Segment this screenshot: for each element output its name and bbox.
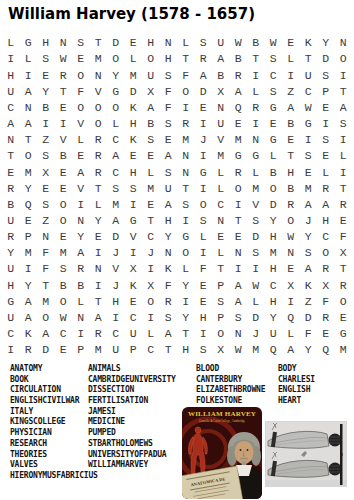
grid-cell: L xyxy=(90,196,108,212)
grid-cell: H xyxy=(160,213,178,229)
grid-cell: I xyxy=(282,293,300,309)
grid-cell: N xyxy=(247,132,265,148)
grid-cell: Q xyxy=(265,342,283,358)
grid-cell: I xyxy=(247,67,265,83)
grid-cell: T xyxy=(177,326,195,342)
grid-cell: E xyxy=(55,342,73,358)
vein-experiment-engraving xyxy=(265,421,347,487)
grid-cell: D xyxy=(300,310,318,326)
grid-cell: T xyxy=(90,35,108,51)
grid-cell: I xyxy=(335,164,353,180)
grid-cell: I xyxy=(177,100,195,116)
grid-cell: I xyxy=(55,116,73,132)
grid-cell: Q xyxy=(230,100,248,116)
grid-cell: Y xyxy=(107,67,125,83)
word-list-item: FOLKESTONE xyxy=(196,396,242,405)
word-search-grid: LGHNSTDEHNLSUWBWEKYNILSWEMOLOHTRABTSLTDO… xyxy=(2,35,352,358)
grid-cell: F xyxy=(177,67,195,83)
grid-cell: H xyxy=(317,213,335,229)
word-list-item: RESEARCH xyxy=(10,439,47,448)
grid-cell: O xyxy=(335,293,353,309)
word-list-item: KINGSCOLLEGE xyxy=(10,417,65,426)
grid-cell: O xyxy=(55,293,73,309)
grid-cell: D xyxy=(317,51,335,67)
grid-cell: K xyxy=(160,261,178,277)
grid-cell: E xyxy=(282,35,300,51)
grid-cell: H xyxy=(125,116,143,132)
grid-cell: O xyxy=(90,116,108,132)
grid-cell: S xyxy=(160,116,178,132)
grid-cell: E xyxy=(142,196,160,212)
grid-cell: U xyxy=(212,116,230,132)
grid-cell: M xyxy=(20,164,38,180)
grid-cell: O xyxy=(55,213,73,229)
grid-cell: H xyxy=(37,35,55,51)
grid-cell: M xyxy=(107,196,125,212)
grid-cell: Y xyxy=(177,277,195,293)
grid-cell: A xyxy=(142,100,160,116)
grid-cell: V xyxy=(72,116,90,132)
grid-cell: R xyxy=(177,116,195,132)
grid-cell: T xyxy=(230,213,248,229)
grid-cell: N xyxy=(177,164,195,180)
grid-cell: I xyxy=(2,342,20,358)
grid-cell: I xyxy=(20,261,38,277)
grid-cell: P xyxy=(317,83,335,99)
grid-cell: H xyxy=(2,67,20,83)
grid-cell: D xyxy=(265,196,283,212)
grid-cell: L xyxy=(335,148,353,164)
grid-cell: L xyxy=(212,245,230,261)
grid-cell: A xyxy=(212,51,230,67)
grid-cell: V xyxy=(55,132,73,148)
word-list-item: ENGLISHCIVILWAR xyxy=(10,396,79,405)
grid-cell: F xyxy=(317,293,335,309)
grid-cell: A xyxy=(230,83,248,99)
grid-cell: U xyxy=(2,213,20,229)
grid-cell: V xyxy=(90,83,108,99)
grid-cell: N xyxy=(212,213,230,229)
grid-cell: I xyxy=(125,245,143,261)
book-cover-title: WILLIAM HARVEY xyxy=(188,410,256,418)
grid-cell: Y xyxy=(160,229,178,245)
grid-cell: I xyxy=(72,326,90,342)
grid-cell: R xyxy=(90,326,108,342)
grid-cell: K xyxy=(20,326,38,342)
word-list-item: BODY xyxy=(278,364,296,373)
grid-cell: Z xyxy=(37,213,55,229)
word-list-item: CHARLESI xyxy=(278,375,315,384)
grid-cell: Y xyxy=(300,342,318,358)
grid-cell: B xyxy=(72,277,90,293)
grid-cell: A xyxy=(20,293,38,309)
word-list-item: MEDICINE xyxy=(88,417,125,426)
grid-cell: T xyxy=(212,261,230,277)
grid-cell: S xyxy=(317,67,335,83)
grid-cell: B xyxy=(2,196,20,212)
grid-cell: A xyxy=(317,196,335,212)
grid-cell: E xyxy=(230,229,248,245)
grid-cell: I xyxy=(195,245,213,261)
grid-cell: B xyxy=(282,180,300,196)
grid-cell: P xyxy=(212,310,230,326)
grid-cell: S xyxy=(317,132,335,148)
grid-cell: E xyxy=(55,100,73,116)
grid-cell: B xyxy=(142,116,160,132)
grid-cell: N xyxy=(160,245,178,261)
grid-cell: E xyxy=(335,310,353,326)
grid-cell: L xyxy=(282,326,300,342)
grid-cell: I xyxy=(335,132,353,148)
grid-cell: I xyxy=(230,196,248,212)
grid-cell: N xyxy=(37,229,55,245)
word-list-row: ITALYJAMESI xyxy=(0,407,354,418)
grid-cell: G xyxy=(125,213,143,229)
grid-cell: Q xyxy=(20,196,38,212)
grid-cell: X xyxy=(125,261,143,277)
grid-cell: O xyxy=(335,51,353,67)
grid-cell: J xyxy=(247,326,265,342)
grid-cell: C xyxy=(142,229,160,245)
grid-cell: C xyxy=(125,310,143,326)
grid-cell: L xyxy=(247,293,265,309)
grid-cell: L xyxy=(2,35,20,51)
grid-cell: O xyxy=(195,196,213,212)
grid-cell: O xyxy=(142,293,160,309)
grid-cell: S xyxy=(247,213,265,229)
grid-cell: P xyxy=(212,277,230,293)
word-list-item: ANATOMY xyxy=(10,364,42,373)
word-list-row: ANATOMYANIMALSBLOODBODY xyxy=(0,364,354,375)
word-list-row: BOOKCAMBRIDGEUNIVERSITYCANTERBURYCHARLES… xyxy=(0,375,354,386)
grid-cell: S xyxy=(55,261,73,277)
grid-cell: U xyxy=(212,35,230,51)
grid-cell: E xyxy=(230,116,248,132)
grid-cell: K xyxy=(125,100,143,116)
grid-cell: A xyxy=(107,148,125,164)
grid-cell: D xyxy=(37,342,55,358)
grid-cell: A xyxy=(160,326,178,342)
grid-cell: M xyxy=(300,180,318,196)
grid-cell: S xyxy=(265,83,283,99)
grid-cell: Y xyxy=(20,180,38,196)
grid-cell: I xyxy=(142,261,160,277)
word-list-row: CIRCULATIONDISSECTIONELIZABETHBROWNEENGL… xyxy=(0,385,354,396)
grid-cell: M xyxy=(247,342,265,358)
grid-cell: R xyxy=(55,67,73,83)
grid-cell: S xyxy=(335,116,353,132)
grid-cell: A xyxy=(160,196,178,212)
grid-cell: G xyxy=(2,293,20,309)
grid-cell: S xyxy=(160,164,178,180)
grid-cell: G xyxy=(107,83,125,99)
grid-cell: T xyxy=(282,148,300,164)
word-list-item: JAMESI xyxy=(88,407,116,416)
grid-cell: I xyxy=(300,132,318,148)
grid-cell: B xyxy=(37,100,55,116)
grid-cell: Y xyxy=(265,310,283,326)
grid-cell: K xyxy=(125,277,143,293)
grid-cell: P xyxy=(20,229,38,245)
grid-cell: T xyxy=(55,83,73,99)
grid-cell: E xyxy=(125,293,143,309)
word-list-item: BLOOD xyxy=(196,364,219,373)
word-list-item: DISSECTION xyxy=(88,385,134,394)
grid-cell: W xyxy=(265,35,283,51)
grid-cell: Y xyxy=(265,213,283,229)
grid-cell: R xyxy=(20,342,38,358)
grid-cell: O xyxy=(317,245,335,261)
word-list-row: ENGLISHCIVILWARFERTILISATIONFOLKESTONEHE… xyxy=(0,396,354,407)
grid-cell: Z xyxy=(300,293,318,309)
word-list-item: CIRCULATION xyxy=(10,385,61,394)
grid-cell: H xyxy=(265,229,283,245)
grid-cell: I xyxy=(107,310,125,326)
grid-cell: A xyxy=(230,277,248,293)
grid-cell: C xyxy=(107,132,125,148)
grid-cell: R xyxy=(317,180,335,196)
grid-cell: G xyxy=(20,35,38,51)
grid-cell: T xyxy=(142,213,160,229)
grid-cell: M xyxy=(265,245,283,261)
grid-cell: E xyxy=(55,180,73,196)
grid-cell: R xyxy=(160,293,178,309)
grid-cell: C xyxy=(2,100,20,116)
grid-cell: J xyxy=(107,277,125,293)
grid-cell: R xyxy=(72,261,90,277)
grid-cell: N xyxy=(230,245,248,261)
grid-cell: Z xyxy=(37,132,55,148)
word-list-item: CAMBRIDGEUNIVERSITY xyxy=(88,375,176,384)
grid-cell: Y xyxy=(90,213,108,229)
grid-cell: E xyxy=(317,326,335,342)
grid-cell: G xyxy=(230,148,248,164)
grid-cell: T xyxy=(335,261,353,277)
grid-cell: N xyxy=(177,148,195,164)
grid-cell: L xyxy=(317,164,335,180)
grid-cell: A xyxy=(335,100,353,116)
grid-cell: S xyxy=(300,245,318,261)
grid-cell: F xyxy=(195,261,213,277)
grid-cell: I xyxy=(37,116,55,132)
grid-cell: V xyxy=(107,261,125,277)
grid-cell: O xyxy=(72,100,90,116)
grid-cell: S xyxy=(212,293,230,309)
grid-cell: O xyxy=(107,51,125,67)
grid-cell: E xyxy=(300,164,318,180)
grid-cell: D xyxy=(107,229,125,245)
book-cover-image: WILLIAM HARVEY Gonville & Caius College,… xyxy=(182,407,262,499)
grid-cell: B xyxy=(55,148,73,164)
grid-cell: H xyxy=(107,293,125,309)
grid-cell: H xyxy=(2,277,20,293)
grid-cell: E xyxy=(125,35,143,51)
grid-cell: R xyxy=(2,180,20,196)
grid-cell: O xyxy=(282,213,300,229)
grid-cell: T xyxy=(2,148,20,164)
grid-cell: R xyxy=(230,67,248,83)
grid-cell: A xyxy=(20,310,38,326)
grid-cell: I xyxy=(195,326,213,342)
grid-cell: U xyxy=(2,310,20,326)
grid-cell: G xyxy=(177,229,195,245)
grid-cell: I xyxy=(195,148,213,164)
word-list-item: VALVES xyxy=(10,460,38,469)
grid-cell: G xyxy=(300,116,318,132)
grid-cell: M xyxy=(142,180,160,196)
grid-cell: E xyxy=(282,132,300,148)
grid-cell: M xyxy=(90,342,108,358)
grid-cell: S xyxy=(265,51,283,67)
grid-cell: N xyxy=(72,213,90,229)
grid-cell: E xyxy=(55,229,73,245)
grid-cell: S xyxy=(142,132,160,148)
grid-cell: X xyxy=(37,164,55,180)
grid-cell: F xyxy=(160,83,178,99)
grid-cell: B xyxy=(212,67,230,83)
grid-cell: W xyxy=(300,100,318,116)
grid-cell: L xyxy=(20,51,38,67)
grid-cell: C xyxy=(142,342,160,358)
grid-cell: K xyxy=(300,277,318,293)
grid-cell: S xyxy=(72,35,90,51)
grid-cell: X xyxy=(282,277,300,293)
grid-cell: R xyxy=(195,51,213,67)
grid-cell: H xyxy=(142,35,160,51)
grid-cell: O xyxy=(177,83,195,99)
word-list-item: ITALY xyxy=(10,407,33,416)
grid-cell: F xyxy=(37,261,55,277)
grid-cell: O xyxy=(107,100,125,116)
grid-cell: R xyxy=(335,196,353,212)
grid-cell: N xyxy=(282,245,300,261)
grid-cell: U xyxy=(142,67,160,83)
grid-cell: H xyxy=(125,164,143,180)
word-list-item: PUMPED xyxy=(88,428,116,437)
grid-cell: E xyxy=(265,116,283,132)
grid-cell: V xyxy=(125,229,143,245)
grid-cell: E xyxy=(212,229,230,245)
grid-cell: F xyxy=(160,277,178,293)
grid-cell: Y xyxy=(2,245,20,261)
grid-cell: A xyxy=(72,245,90,261)
word-list-item: FERTILISATION xyxy=(88,396,148,405)
grid-cell: D xyxy=(107,35,125,51)
grid-cell: I xyxy=(125,196,143,212)
grid-cell: W xyxy=(55,310,73,326)
grid-cell: D xyxy=(247,310,265,326)
grid-cell: L xyxy=(125,51,143,67)
grid-cell: M xyxy=(247,180,265,196)
grid-cell: J xyxy=(107,245,125,261)
grid-cell: C xyxy=(317,229,335,245)
grid-cell: U xyxy=(107,342,125,358)
grid-cell: A xyxy=(20,116,38,132)
grid-cell: I xyxy=(247,261,265,277)
grid-cell: H xyxy=(282,164,300,180)
grid-cell: A xyxy=(195,67,213,83)
grid-cell: A xyxy=(230,293,248,309)
grid-cell: Y xyxy=(300,229,318,245)
grid-cell: S xyxy=(160,310,178,326)
grid-cell: X xyxy=(317,277,335,293)
grid-cell: H xyxy=(265,293,283,309)
word-list-item: WILLIAMHARVEY xyxy=(88,460,148,469)
grid-cell: G xyxy=(265,132,283,148)
grid-cell: B xyxy=(247,35,265,51)
grid-cell: A xyxy=(72,164,90,180)
grid-cell: O xyxy=(90,100,108,116)
grid-cell: G xyxy=(247,148,265,164)
grid-cell: B xyxy=(265,164,283,180)
grid-cell: J xyxy=(142,245,160,261)
word-list-item: BOOK xyxy=(10,375,28,384)
grid-cell: N xyxy=(335,35,353,51)
grid-cell: O xyxy=(142,51,160,67)
grid-cell: L xyxy=(107,116,125,132)
grid-cell: T xyxy=(160,342,178,358)
grid-cell: W xyxy=(230,342,248,358)
grid-cell: I xyxy=(230,261,248,277)
grid-cell: X xyxy=(212,83,230,99)
grid-cell: C xyxy=(212,196,230,212)
grid-cell: S xyxy=(195,213,213,229)
grid-cell: J xyxy=(300,213,318,229)
grid-cell: I xyxy=(317,116,335,132)
grid-cell: N xyxy=(160,35,178,51)
grid-cell: L xyxy=(142,164,160,180)
grid-cell: N xyxy=(20,100,38,116)
grid-cell: E xyxy=(37,67,55,83)
grid-cell: R xyxy=(282,196,300,212)
grid-cell: I xyxy=(90,277,108,293)
grid-cell: M xyxy=(230,132,248,148)
grid-cell: I xyxy=(90,245,108,261)
grid-cell: E xyxy=(282,261,300,277)
worksheet-page: William Harvey (1578 - 1657) LGHNSTDEHNL… xyxy=(0,0,354,500)
grid-cell: T xyxy=(177,51,195,67)
grid-cell: F xyxy=(72,83,90,99)
word-list-item: STBARTHOLOMEWS xyxy=(88,439,153,448)
grid-cell: V xyxy=(247,196,265,212)
grid-cell: D xyxy=(195,83,213,99)
grid-cell: E xyxy=(72,51,90,67)
grid-cell: O xyxy=(55,196,73,212)
grid-cell: I xyxy=(177,293,195,309)
grid-cell: R xyxy=(90,148,108,164)
grid-cell: L xyxy=(247,164,265,180)
grid-cell: E xyxy=(160,132,178,148)
grid-cell: L xyxy=(177,35,195,51)
grid-cell: E xyxy=(142,148,160,164)
word-list-item: ENGLISH xyxy=(278,385,310,394)
grid-cell: F xyxy=(160,100,178,116)
grid-cell: O xyxy=(177,245,195,261)
grid-cell: N xyxy=(90,261,108,277)
grid-cell: N xyxy=(55,35,73,51)
grid-cell: U xyxy=(265,326,283,342)
grid-cell: A xyxy=(37,326,55,342)
grid-cell: B xyxy=(55,277,73,293)
grid-cell: Y xyxy=(177,310,195,326)
word-list-item: UNIVERSITYOFPADUA xyxy=(88,450,166,459)
grid-cell: E xyxy=(195,293,213,309)
grid-cell: Z xyxy=(282,83,300,99)
grid-cell: E xyxy=(37,180,55,196)
grid-cell: L xyxy=(142,326,160,342)
grid-cell: T xyxy=(20,132,38,148)
grid-cell: A xyxy=(90,310,108,326)
